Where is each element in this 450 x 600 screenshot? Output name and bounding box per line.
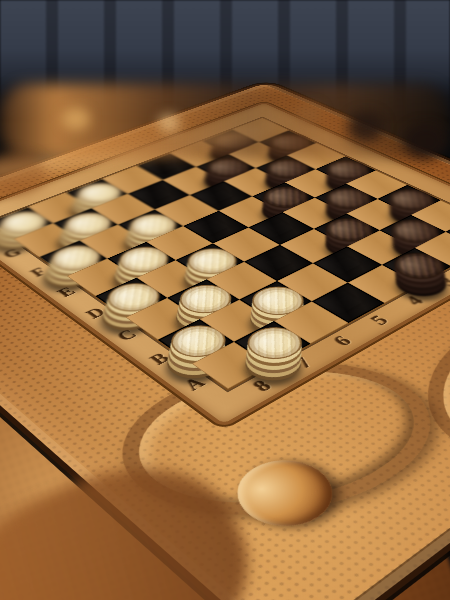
defocused-dark-piece <box>404 124 446 158</box>
bokeh-highlight <box>62 108 90 130</box>
bokeh-highlight <box>158 114 180 132</box>
defocused-dark-piece <box>348 112 384 142</box>
bokeh-highlight <box>296 104 322 124</box>
photo-stage: ABCDEFGH 87654321 checkers <box>0 0 450 600</box>
